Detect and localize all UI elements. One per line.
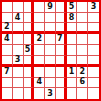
empty-cell-r9c1[interactable] [2, 88, 13, 99]
empty-cell-r8c3[interactable] [24, 78, 35, 89]
empty-cell-r1c6[interactable] [56, 2, 67, 13]
empty-cell-r3c7[interactable] [67, 23, 78, 34]
empty-cell-r1c4[interactable] [34, 2, 45, 13]
given-cell-r1c5: 9 [45, 2, 56, 13]
empty-cell-r8c7[interactable] [67, 78, 78, 89]
empty-cell-r4c8[interactable] [77, 34, 88, 45]
empty-cell-r4c7[interactable] [67, 34, 78, 45]
empty-cell-r2c4[interactable] [34, 13, 45, 24]
given-cell-r8c8: 6 [77, 78, 88, 89]
empty-cell-r7c5[interactable] [45, 67, 56, 78]
empty-cell-r7c3[interactable] [24, 67, 35, 78]
empty-cell-r9c9[interactable] [88, 88, 99, 99]
given-cell-r7c8: 2 [77, 67, 88, 78]
empty-cell-r3c5[interactable] [45, 23, 56, 34]
empty-cell-r6c8[interactable] [77, 56, 88, 67]
given-cell-r2c7: 8 [67, 13, 78, 24]
empty-cell-r2c8[interactable] [77, 13, 88, 24]
given-cell-r2c2: 4 [13, 13, 24, 24]
given-cell-r7c1: 7 [2, 67, 13, 78]
empty-cell-r3c9[interactable] [88, 23, 99, 34]
empty-cell-r6c5[interactable] [45, 56, 56, 67]
given-cell-r1c7: 5 [67, 2, 78, 13]
empty-cell-r4c5[interactable] [45, 34, 56, 45]
empty-cell-r1c3[interactable] [24, 2, 35, 13]
empty-cell-r5c7[interactable] [67, 45, 78, 56]
empty-cell-r6c1[interactable] [2, 56, 13, 67]
empty-cell-r5c5[interactable] [45, 45, 56, 56]
empty-cell-r2c6[interactable] [56, 13, 67, 24]
empty-cell-r6c7[interactable] [67, 56, 78, 67]
empty-cell-r7c9[interactable] [88, 67, 99, 78]
empty-cell-r7c4[interactable] [34, 67, 45, 78]
empty-cell-r5c6[interactable] [56, 45, 67, 56]
empty-cell-r9c8[interactable] [77, 88, 88, 99]
empty-cell-r2c5[interactable] [45, 13, 56, 24]
empty-cell-r3c8[interactable] [77, 23, 88, 34]
empty-cell-r7c6[interactable] [56, 67, 67, 78]
empty-cell-r4c2[interactable] [13, 34, 24, 45]
empty-cell-r2c9[interactable] [88, 13, 99, 24]
given-cell-r5c3: 5 [24, 45, 35, 56]
empty-cell-r8c6[interactable] [56, 78, 67, 89]
empty-cell-r8c5[interactable] [45, 78, 56, 89]
given-cell-r9c5: 3 [45, 88, 56, 99]
empty-cell-r1c1[interactable] [2, 2, 13, 13]
empty-cell-r5c9[interactable] [88, 45, 99, 56]
empty-cell-r6c4[interactable] [34, 56, 45, 67]
empty-cell-r4c3[interactable] [24, 34, 35, 45]
empty-cell-r8c9[interactable] [88, 78, 99, 89]
empty-cell-r9c7[interactable] [67, 88, 78, 99]
empty-cell-r9c6[interactable] [56, 88, 67, 99]
empty-cell-r5c4[interactable] [34, 45, 45, 56]
given-cell-r3c1: 2 [2, 23, 13, 34]
given-cell-r7c7: 1 [67, 67, 78, 78]
empty-cell-r3c2[interactable] [13, 23, 24, 34]
given-cell-r1c9: 3 [88, 2, 99, 13]
empty-cell-r6c6[interactable] [56, 56, 67, 67]
given-cell-r4c1: 4 [2, 34, 13, 45]
empty-cell-r9c2[interactable] [13, 88, 24, 99]
empty-cell-r8c1[interactable] [2, 78, 13, 89]
given-cell-r4c4: 2 [34, 34, 45, 45]
empty-cell-r3c6[interactable] [56, 23, 67, 34]
empty-cell-r9c3[interactable] [24, 88, 35, 99]
empty-cell-r4c9[interactable] [88, 34, 99, 45]
given-cell-r8c4: 4 [34, 78, 45, 89]
empty-cell-r1c2[interactable] [13, 2, 24, 13]
empty-cell-r9c4[interactable] [34, 88, 45, 99]
sudoku-board: 95348242753712463 [0, 0, 101, 101]
empty-cell-r3c4[interactable] [34, 23, 45, 34]
given-cell-r4c6: 7 [56, 34, 67, 45]
empty-cell-r8c2[interactable] [13, 78, 24, 89]
empty-cell-r1c8[interactable] [77, 2, 88, 13]
empty-cell-r5c8[interactable] [77, 45, 88, 56]
empty-cell-r5c1[interactable] [2, 45, 13, 56]
empty-cell-r6c9[interactable] [88, 56, 99, 67]
empty-cell-r2c3[interactable] [24, 13, 35, 24]
given-cell-r6c2: 3 [13, 56, 24, 67]
empty-cell-r7c2[interactable] [13, 67, 24, 78]
empty-cell-r6c3[interactable] [24, 56, 35, 67]
empty-cell-r3c3[interactable] [24, 23, 35, 34]
